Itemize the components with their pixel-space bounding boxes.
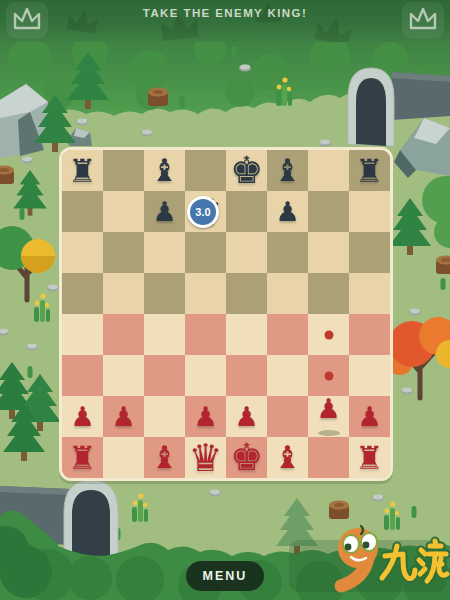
tree-stump — [436, 256, 450, 275]
square-h1[interactable]: ♜ — [349, 437, 390, 478]
square-e1[interactable]: ♚ — [226, 437, 267, 478]
square-g2[interactable]: ♟ — [308, 396, 349, 437]
square-c7[interactable]: ♟ — [144, 191, 185, 232]
square-g4[interactable] — [308, 314, 349, 355]
square-e7[interactable] — [226, 191, 267, 232]
grass-blade — [28, 366, 33, 378]
square-f8[interactable]: ♝ — [267, 150, 308, 191]
piece-black-rook[interactable]: ♜ — [68, 155, 97, 187]
pebble — [209, 490, 221, 497]
piece-shadow — [318, 430, 340, 436]
square-f2[interactable] — [267, 396, 308, 437]
jiuyou-logo-icon — [285, 524, 450, 596]
pebble — [26, 344, 38, 351]
piece-red-bishop[interactable]: ♝ — [151, 442, 179, 473]
square-e8[interactable]: ♚ — [226, 150, 267, 191]
pebble — [239, 65, 251, 72]
square-g7[interactable] — [308, 191, 349, 232]
square-d3[interactable] — [185, 355, 226, 396]
square-a8[interactable]: ♜ — [62, 150, 103, 191]
square-f4[interactable] — [267, 314, 308, 355]
square-h8[interactable]: ♜ — [349, 150, 390, 191]
square-d7[interactable]: ♛3.0 — [185, 191, 226, 232]
square-d2[interactable]: ♟ — [185, 396, 226, 437]
piece-red-pawn[interactable]: ♟ — [316, 395, 340, 422]
pebble — [47, 285, 59, 292]
square-h3[interactable] — [349, 355, 390, 396]
piece-red-pawn[interactable]: ♟ — [234, 403, 258, 430]
square-g1[interactable] — [308, 437, 349, 478]
square-b1[interactable] — [103, 437, 144, 478]
square-a4[interactable] — [62, 314, 103, 355]
square-f6[interactable] — [267, 232, 308, 273]
chess-board[interactable]: ♜♝♚♝♜♟♛3.0♟♟♟♟♟♟♟♜♝♛♚♝♜ — [59, 147, 393, 481]
piece-red-pawn[interactable]: ♟ — [193, 403, 217, 430]
pebble — [409, 309, 421, 316]
piece-red-queen[interactable]: ♛ — [188, 439, 222, 477]
square-d1[interactable]: ♛ — [185, 437, 226, 478]
piece-red-pawn[interactable]: ♟ — [357, 403, 381, 430]
square-d6[interactable] — [185, 232, 226, 273]
square-g5[interactable] — [308, 273, 349, 314]
piece-black-bishop[interactable]: ♝ — [151, 155, 179, 186]
cooldown-badge: 3.0 — [187, 196, 219, 228]
square-a3[interactable] — [62, 355, 103, 396]
square-f5[interactable] — [267, 273, 308, 314]
pebble — [141, 130, 153, 137]
square-d5[interactable] — [185, 273, 226, 314]
square-g3[interactable] — [308, 355, 349, 396]
square-b4[interactable] — [103, 314, 144, 355]
square-e3[interactable] — [226, 355, 267, 396]
pebble — [76, 119, 88, 126]
square-h7[interactable] — [349, 191, 390, 232]
square-c8[interactable]: ♝ — [144, 150, 185, 191]
square-d4[interactable] — [185, 314, 226, 355]
move-dot — [324, 371, 333, 380]
grass-blade — [441, 278, 446, 290]
pebble — [372, 495, 384, 502]
piece-black-king[interactable]: ♚ — [230, 152, 263, 189]
square-b6[interactable] — [103, 232, 144, 273]
square-e6[interactable] — [226, 232, 267, 273]
pebble — [319, 140, 331, 147]
move-dot — [324, 330, 333, 339]
tree-stump — [148, 88, 168, 107]
piece-red-rook[interactable]: ♜ — [355, 442, 384, 474]
square-a2[interactable]: ♟ — [62, 396, 103, 437]
square-c3[interactable] — [144, 355, 185, 396]
square-c5[interactable] — [144, 273, 185, 314]
square-g8[interactable] — [308, 150, 349, 191]
square-a1[interactable]: ♜ — [62, 437, 103, 478]
piece-red-pawn[interactable]: ♟ — [70, 403, 94, 430]
square-g6[interactable] — [308, 232, 349, 273]
square-b8[interactable] — [103, 150, 144, 191]
piece-black-pawn[interactable]: ♟ — [275, 198, 299, 225]
square-a5[interactable] — [62, 273, 103, 314]
square-f3[interactable] — [267, 355, 308, 396]
square-h5[interactable] — [349, 273, 390, 314]
square-a6[interactable] — [62, 232, 103, 273]
menu-button[interactable]: MENU — [186, 561, 264, 591]
square-b7[interactable] — [103, 191, 144, 232]
square-b5[interactable] — [103, 273, 144, 314]
piece-red-bishop[interactable]: ♝ — [274, 442, 302, 473]
square-c1[interactable]: ♝ — [144, 437, 185, 478]
square-f7[interactable]: ♟ — [267, 191, 308, 232]
square-e5[interactable] — [226, 273, 267, 314]
square-h2[interactable]: ♟ — [349, 396, 390, 437]
grass-blade — [232, 46, 237, 58]
piece-red-pawn[interactable]: ♟ — [111, 403, 135, 430]
square-a7[interactable] — [62, 191, 103, 232]
pebble — [21, 157, 33, 164]
square-d8[interactable] — [185, 150, 226, 191]
square-e4[interactable] — [226, 314, 267, 355]
piece-red-king[interactable]: ♚ — [230, 439, 263, 476]
piece-black-bishop[interactable]: ♝ — [274, 155, 302, 186]
square-c6[interactable] — [144, 232, 185, 273]
objective-text: TAKE THE ENEMY KING! — [0, 7, 450, 19]
grass-blade — [412, 506, 417, 518]
square-e2[interactable]: ♟ — [226, 396, 267, 437]
square-c2[interactable] — [144, 396, 185, 437]
grass-blade — [20, 208, 25, 220]
square-b2[interactable]: ♟ — [103, 396, 144, 437]
tree-stump — [0, 166, 14, 185]
square-h4[interactable] — [349, 314, 390, 355]
piece-red-rook[interactable]: ♜ — [68, 442, 97, 474]
game-screen: TAKE THE ENEMY KING! ♜♝♚♝♜♟♛3.0♟♟♟♟♟♟♟♜♝… — [0, 0, 450, 600]
objective-banner: TAKE THE ENEMY KING! — [0, 0, 450, 42]
square-f1[interactable]: ♝ — [267, 437, 308, 478]
grass-blade — [180, 96, 185, 108]
square-c4[interactable] — [144, 314, 185, 355]
tree-stump — [329, 501, 349, 520]
piece-black-pawn[interactable]: ♟ — [152, 198, 176, 225]
watermark-logo — [285, 524, 450, 596]
square-b3[interactable] — [103, 355, 144, 396]
piece-black-rook[interactable]: ♜ — [355, 155, 384, 187]
square-h6[interactable] — [349, 232, 390, 273]
pebble — [401, 388, 413, 395]
